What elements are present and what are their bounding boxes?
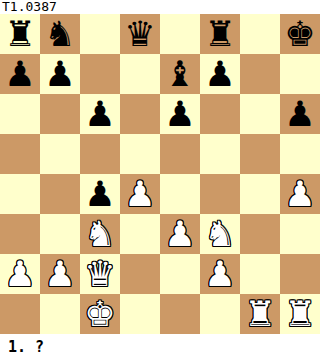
square-e2[interactable] [160, 254, 200, 294]
square-b8[interactable]: ♞ [40, 14, 80, 54]
piece-black-queen[interactable]: ♛ [124, 14, 155, 54]
piece-black-pawn[interactable]: ♟ [164, 94, 195, 134]
square-a3[interactable] [0, 214, 40, 254]
piece-white-queen[interactable]: ♛ [84, 254, 115, 294]
piece-white-king[interactable]: ♚ [84, 294, 115, 334]
square-b1[interactable] [40, 294, 80, 334]
piece-black-pawn[interactable]: ♟ [204, 54, 235, 94]
square-a6[interactable] [0, 94, 40, 134]
square-f8[interactable]: ♜ [200, 14, 240, 54]
piece-white-pawn[interactable]: ♟ [284, 174, 315, 214]
piece-white-rook[interactable]: ♜ [244, 294, 275, 334]
square-e4[interactable] [160, 174, 200, 214]
square-e5[interactable] [160, 134, 200, 174]
square-e8[interactable] [160, 14, 200, 54]
square-c2[interactable]: ♛ [80, 254, 120, 294]
square-c6[interactable]: ♟ [80, 94, 120, 134]
piece-white-pawn[interactable]: ♟ [44, 254, 75, 294]
square-b5[interactable] [40, 134, 80, 174]
piece-black-pawn[interactable]: ♟ [84, 94, 115, 134]
piece-white-rook[interactable]: ♜ [284, 294, 315, 334]
square-h1[interactable]: ♜ [280, 294, 320, 334]
square-h7[interactable] [280, 54, 320, 94]
piece-black-pawn[interactable]: ♟ [284, 94, 315, 134]
square-d2[interactable] [120, 254, 160, 294]
square-d5[interactable] [120, 134, 160, 174]
square-f7[interactable]: ♟ [200, 54, 240, 94]
square-c5[interactable] [80, 134, 120, 174]
piece-black-rook[interactable]: ♜ [4, 14, 35, 54]
square-f2[interactable]: ♟ [200, 254, 240, 294]
square-e7[interactable]: ♝ [160, 54, 200, 94]
piece-black-pawn[interactable]: ♟ [44, 54, 75, 94]
square-c4[interactable]: ♟ [80, 174, 120, 214]
square-a5[interactable] [0, 134, 40, 174]
piece-black-king[interactable]: ♚ [284, 14, 315, 54]
square-d3[interactable] [120, 214, 160, 254]
piece-white-pawn[interactable]: ♟ [4, 254, 35, 294]
puzzle-title: T1.0387 [0, 0, 320, 14]
piece-black-bishop[interactable]: ♝ [164, 54, 195, 94]
square-f1[interactable] [200, 294, 240, 334]
square-c8[interactable] [80, 14, 120, 54]
square-d4[interactable]: ♟ [120, 174, 160, 214]
square-a4[interactable] [0, 174, 40, 214]
piece-black-pawn[interactable]: ♟ [4, 54, 35, 94]
square-g4[interactable] [240, 174, 280, 214]
piece-black-pawn[interactable]: ♟ [84, 174, 115, 214]
square-b4[interactable] [40, 174, 80, 214]
square-g7[interactable] [240, 54, 280, 94]
square-h6[interactable]: ♟ [280, 94, 320, 134]
square-d8[interactable]: ♛ [120, 14, 160, 54]
square-d1[interactable] [120, 294, 160, 334]
piece-black-knight[interactable]: ♞ [44, 14, 75, 54]
square-f5[interactable] [200, 134, 240, 174]
square-e6[interactable]: ♟ [160, 94, 200, 134]
move-prompt: 1. ? [0, 334, 320, 360]
square-c7[interactable] [80, 54, 120, 94]
square-g2[interactable] [240, 254, 280, 294]
square-g5[interactable] [240, 134, 280, 174]
square-c1[interactable]: ♚ [80, 294, 120, 334]
square-b3[interactable] [40, 214, 80, 254]
square-b7[interactable]: ♟ [40, 54, 80, 94]
square-f4[interactable] [200, 174, 240, 214]
square-a8[interactable]: ♜ [0, 14, 40, 54]
square-g6[interactable] [240, 94, 280, 134]
square-h4[interactable]: ♟ [280, 174, 320, 214]
square-e3[interactable]: ♟ [160, 214, 200, 254]
square-a2[interactable]: ♟ [0, 254, 40, 294]
square-a7[interactable]: ♟ [0, 54, 40, 94]
square-h8[interactable]: ♚ [280, 14, 320, 54]
square-b2[interactable]: ♟ [40, 254, 80, 294]
piece-white-pawn[interactable]: ♟ [124, 174, 155, 214]
square-h5[interactable] [280, 134, 320, 174]
square-a1[interactable] [0, 294, 40, 334]
square-h3[interactable] [280, 214, 320, 254]
square-b6[interactable] [40, 94, 80, 134]
square-e1[interactable] [160, 294, 200, 334]
square-f6[interactable] [200, 94, 240, 134]
piece-black-rook[interactable]: ♜ [204, 14, 235, 54]
piece-white-knight[interactable]: ♞ [84, 214, 115, 254]
square-g8[interactable] [240, 14, 280, 54]
square-c3[interactable]: ♞ [80, 214, 120, 254]
square-d6[interactable] [120, 94, 160, 134]
square-g1[interactable]: ♜ [240, 294, 280, 334]
square-g3[interactable] [240, 214, 280, 254]
chess-puzzle-window: T1.0387 ♜♞♛♜♚♟♟♝♟♟♟♟♟♟♟♞♟♞♟♟♛♟♚♜♜ 1. ? [0, 0, 320, 360]
square-f3[interactable]: ♞ [200, 214, 240, 254]
piece-white-knight[interactable]: ♞ [204, 214, 235, 254]
chess-board: ♜♞♛♜♚♟♟♝♟♟♟♟♟♟♟♞♟♞♟♟♛♟♚♜♜ [0, 14, 320, 334]
piece-white-pawn[interactable]: ♟ [204, 254, 235, 294]
square-h2[interactable] [280, 254, 320, 294]
piece-white-pawn[interactable]: ♟ [164, 214, 195, 254]
square-d7[interactable] [120, 54, 160, 94]
